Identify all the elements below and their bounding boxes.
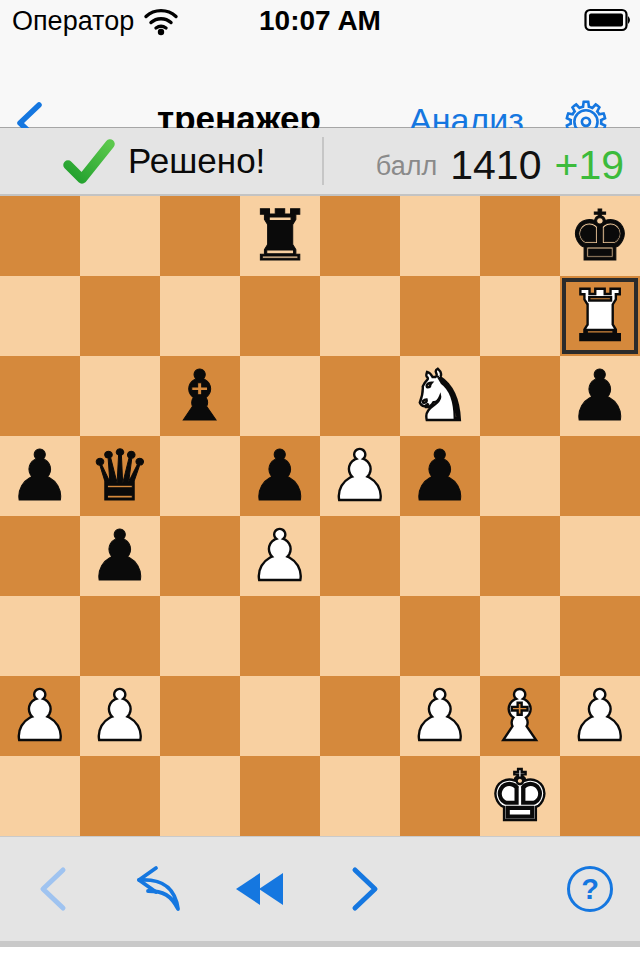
square-b2[interactable]: ♟ (80, 676, 160, 756)
black-queen-b5: ♛ (89, 436, 152, 516)
rewind-to-start-icon[interactable] (228, 837, 292, 941)
square-a7[interactable] (0, 276, 80, 356)
square-e7[interactable] (320, 276, 400, 356)
square-c5[interactable] (160, 436, 240, 516)
square-e6[interactable] (320, 356, 400, 436)
solved-label: Решено! (128, 141, 265, 181)
black-pawn-b4: ♟ (89, 516, 152, 596)
square-d6[interactable] (240, 356, 320, 436)
battery-icon (584, 8, 632, 36)
square-c8[interactable] (160, 196, 240, 276)
previous-move-button[interactable] (28, 837, 78, 941)
top-chrome: Оператор 10:07 AM (0, 0, 640, 128)
square-f4[interactable] (400, 516, 480, 596)
chess-board: ♜♚♜♝♞♟♟♛♟♟♟♟♟♟♟♟♝♟♚ (0, 196, 640, 836)
square-e5[interactable]: ♟ (320, 436, 400, 516)
clock-time: 10:07 AM (0, 5, 640, 37)
score-value: 1410 (450, 142, 541, 189)
square-h3[interactable] (560, 596, 640, 676)
square-b7[interactable] (80, 276, 160, 356)
square-g5[interactable] (480, 436, 560, 516)
square-g3[interactable] (480, 596, 560, 676)
square-a6[interactable] (0, 356, 80, 436)
square-c7[interactable] (160, 276, 240, 356)
result-bar: Решено! балл 1410 +19 (0, 128, 640, 196)
square-e1[interactable] (320, 756, 400, 836)
square-d7[interactable] (240, 276, 320, 356)
square-d5[interactable]: ♟ (240, 436, 320, 516)
square-f7[interactable] (400, 276, 480, 356)
white-king-g1: ♚ (489, 756, 552, 836)
square-b3[interactable] (80, 596, 160, 676)
square-e3[interactable] (320, 596, 400, 676)
white-pawn-b2: ♟ (89, 676, 152, 756)
square-d1[interactable] (240, 756, 320, 836)
square-b4[interactable]: ♟ (80, 516, 160, 596)
score-group: балл 1410 +19 (376, 128, 624, 194)
divider (322, 137, 324, 185)
white-pawn-d4: ♟ (249, 516, 312, 596)
square-g7[interactable] (480, 276, 560, 356)
square-g4[interactable] (480, 516, 560, 596)
square-d4[interactable]: ♟ (240, 516, 320, 596)
white-rook-h7: ♜ (569, 276, 632, 356)
black-king-h8: ♚ (569, 196, 632, 276)
white-bishop-g2: ♝ (489, 676, 552, 756)
square-b6[interactable] (80, 356, 160, 436)
square-e2[interactable] (320, 676, 400, 756)
square-a8[interactable] (0, 196, 80, 276)
bottom-margin (0, 947, 640, 960)
square-g2[interactable]: ♝ (480, 676, 560, 756)
square-b5[interactable]: ♛ (80, 436, 160, 516)
square-f6[interactable]: ♞ (400, 356, 480, 436)
square-f2[interactable]: ♟ (400, 676, 480, 756)
square-g8[interactable] (480, 196, 560, 276)
square-b8[interactable] (80, 196, 160, 276)
black-pawn-f5: ♟ (409, 436, 472, 516)
square-h1[interactable] (560, 756, 640, 836)
white-pawn-f2: ♟ (409, 676, 472, 756)
square-g1[interactable]: ♚ (480, 756, 560, 836)
solved-check-icon (62, 138, 116, 190)
square-h8[interactable]: ♚ (560, 196, 640, 276)
square-d8[interactable]: ♜ (240, 196, 320, 276)
square-h6[interactable]: ♟ (560, 356, 640, 436)
help-button[interactable]: ? (564, 837, 616, 941)
square-f8[interactable] (400, 196, 480, 276)
square-c2[interactable] (160, 676, 240, 756)
black-pawn-a5: ♟ (9, 436, 72, 516)
black-pawn-h6: ♟ (569, 356, 632, 436)
square-f3[interactable] (400, 596, 480, 676)
navigation-bar: тренажер Анализ ⚙ (0, 40, 640, 128)
question-mark-icon: ? (567, 866, 613, 912)
square-c3[interactable] (160, 596, 240, 676)
score-label: балл (376, 151, 437, 182)
black-rook-d8: ♜ (249, 196, 312, 276)
bottom-toolbar: ? (0, 836, 640, 941)
square-a2[interactable]: ♟ (0, 676, 80, 756)
white-knight-f6: ♞ (409, 356, 472, 436)
square-e4[interactable] (320, 516, 400, 596)
undo-move-icon[interactable] (128, 837, 192, 941)
square-d3[interactable] (240, 596, 320, 676)
square-a3[interactable] (0, 596, 80, 676)
square-a4[interactable] (0, 516, 80, 596)
black-pawn-d5: ♟ (249, 436, 312, 516)
square-b1[interactable] (80, 756, 160, 836)
square-h7[interactable]: ♜ (560, 276, 640, 356)
square-f5[interactable]: ♟ (400, 436, 480, 516)
square-a5[interactable]: ♟ (0, 436, 80, 516)
square-h2[interactable]: ♟ (560, 676, 640, 756)
score-delta: +19 (554, 142, 624, 189)
square-e8[interactable] (320, 196, 400, 276)
square-d2[interactable] (240, 676, 320, 756)
white-pawn-a2: ♟ (9, 676, 72, 756)
next-move-button[interactable] (340, 837, 390, 941)
square-c6[interactable]: ♝ (160, 356, 240, 436)
status-bar: Оператор 10:07 AM (0, 0, 640, 40)
square-c4[interactable] (160, 516, 240, 596)
square-f1[interactable] (400, 756, 480, 836)
square-h4[interactable] (560, 516, 640, 596)
square-h5[interactable] (560, 436, 640, 516)
square-g6[interactable] (480, 356, 560, 436)
white-pawn-e5: ♟ (329, 436, 392, 516)
black-bishop-c6: ♝ (169, 356, 232, 436)
square-a1[interactable] (0, 756, 80, 836)
square-c1[interactable] (160, 756, 240, 836)
white-pawn-h2: ♟ (569, 676, 632, 756)
